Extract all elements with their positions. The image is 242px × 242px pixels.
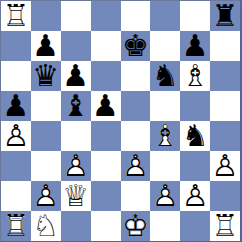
square-a5[interactable]: ♟ (1, 91, 31, 121)
piece-white-pawn: ♟♙ (62, 151, 89, 181)
square-d7[interactable] (91, 31, 121, 61)
square-b3[interactable] (31, 151, 61, 181)
piece-white-pawn: ♟♙ (152, 181, 179, 211)
square-d3[interactable] (91, 151, 121, 181)
square-e6[interactable] (121, 61, 151, 91)
piece-white-bishop: ♝♗ (152, 121, 179, 151)
square-a8[interactable]: ♜♖ (1, 1, 31, 31)
piece-white-pawn: ♟♙ (122, 151, 149, 181)
square-g1[interactable] (180, 211, 210, 241)
square-e4[interactable] (121, 121, 151, 151)
square-h3[interactable]: ♟♙ (210, 151, 240, 181)
square-d5[interactable]: ♟ (91, 91, 121, 121)
square-e7[interactable]: ♚ (121, 31, 151, 61)
square-f3[interactable] (150, 151, 180, 181)
square-a3[interactable] (1, 151, 31, 181)
square-a7[interactable] (1, 31, 31, 61)
square-a2[interactable] (1, 181, 31, 211)
piece-white-pawn: ♟♙ (212, 151, 239, 181)
square-c6[interactable]: ♟ (61, 61, 91, 91)
square-b4[interactable] (31, 121, 61, 151)
square-g5[interactable] (180, 91, 210, 121)
square-f6[interactable]: ♞ (150, 61, 180, 91)
piece-white-pawn: ♟♙ (182, 181, 209, 211)
square-h6[interactable] (210, 61, 240, 91)
square-c4[interactable] (61, 121, 91, 151)
piece-black-pawn: ♟ (92, 91, 119, 121)
piece-white-knight: ♞♘ (32, 211, 59, 241)
square-a6[interactable] (1, 61, 31, 91)
square-h2[interactable] (210, 181, 240, 211)
piece-black-king: ♚ (122, 31, 149, 61)
piece-black-bishop: ♝ (62, 91, 89, 121)
square-e1[interactable]: ♚♔ (121, 211, 151, 241)
square-b7[interactable]: ♟ (31, 31, 61, 61)
square-g3[interactable] (180, 151, 210, 181)
piece-white-queen: ♛♕ (62, 181, 89, 211)
square-c5[interactable]: ♝ (61, 91, 91, 121)
piece-white-rook: ♜♖ (2, 211, 29, 241)
square-c8[interactable] (61, 1, 91, 31)
piece-white-king: ♚♔ (122, 211, 149, 241)
square-b1[interactable]: ♞♘ (31, 211, 61, 241)
square-a1[interactable]: ♜♖ (1, 211, 31, 241)
piece-white-rook: ♜♖ (212, 211, 239, 241)
square-b5[interactable] (31, 91, 61, 121)
square-f8[interactable] (150, 1, 180, 31)
piece-black-pawn: ♟ (182, 31, 209, 61)
square-c2[interactable]: ♛♕ (61, 181, 91, 211)
piece-white-bishop: ♝♗ (182, 61, 209, 91)
square-f7[interactable] (150, 31, 180, 61)
piece-black-rook: ♜ (212, 1, 239, 31)
piece-black-knight: ♞ (152, 61, 179, 91)
square-c7[interactable] (61, 31, 91, 61)
square-f2[interactable]: ♟♙ (150, 181, 180, 211)
square-c3[interactable]: ♟♙ (61, 151, 91, 181)
square-e8[interactable] (121, 1, 151, 31)
square-g4[interactable]: ♞ (180, 121, 210, 151)
square-e5[interactable] (121, 91, 151, 121)
square-h7[interactable] (210, 31, 240, 61)
piece-black-knight: ♞ (182, 121, 209, 151)
square-a4[interactable]: ♟♙ (1, 121, 31, 151)
square-f1[interactable] (150, 211, 180, 241)
square-d2[interactable] (91, 181, 121, 211)
piece-black-pawn: ♟ (62, 61, 89, 91)
square-d8[interactable] (91, 1, 121, 31)
square-b2[interactable]: ♟♙ (31, 181, 61, 211)
square-d1[interactable] (91, 211, 121, 241)
square-e2[interactable] (121, 181, 151, 211)
square-e3[interactable]: ♟♙ (121, 151, 151, 181)
square-f5[interactable] (150, 91, 180, 121)
square-h5[interactable] (210, 91, 240, 121)
square-f4[interactable]: ♝♗ (150, 121, 180, 151)
square-g7[interactable]: ♟ (180, 31, 210, 61)
square-b6[interactable]: ♛ (31, 61, 61, 91)
square-d4[interactable] (91, 121, 121, 151)
square-d6[interactable] (91, 61, 121, 91)
square-g2[interactable]: ♟♙ (180, 181, 210, 211)
piece-white-rook: ♜♖ (2, 1, 29, 31)
square-c1[interactable] (61, 211, 91, 241)
square-h1[interactable]: ♜♖ (210, 211, 240, 241)
square-b8[interactable] (31, 1, 61, 31)
square-h4[interactable] (210, 121, 240, 151)
piece-black-pawn: ♟ (32, 31, 59, 61)
piece-white-pawn: ♟♙ (2, 121, 29, 151)
chess-board: ♜♖♜♟♚♟♛♟♞♝♗♟♝♟♟♙♝♗♞♟♙♟♙♟♙♟♙♛♕♟♙♟♙♜♖♞♘♚♔♜… (0, 0, 242, 242)
square-h8[interactable]: ♜ (210, 1, 240, 31)
piece-black-queen: ♛ (32, 61, 59, 91)
piece-black-pawn: ♟ (2, 91, 29, 121)
piece-white-pawn: ♟♙ (32, 181, 59, 211)
square-g8[interactable] (180, 1, 210, 31)
square-g6[interactable]: ♝♗ (180, 61, 210, 91)
